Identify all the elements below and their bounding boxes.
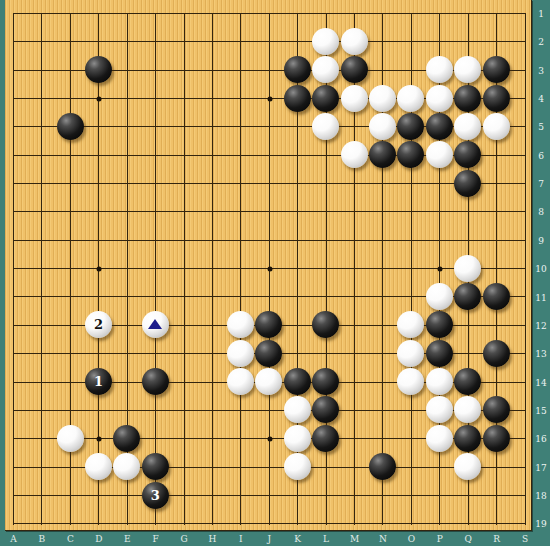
stone-black-R3[interactable] <box>483 56 510 83</box>
row-label-6: 6 <box>538 151 544 161</box>
row-label-16: 16 <box>535 434 546 444</box>
stone-black-Q6[interactable] <box>454 141 481 168</box>
stone-black-R16[interactable] <box>483 425 510 452</box>
stone-white-J14[interactable] <box>255 368 282 395</box>
col-label-A: A <box>10 533 17 545</box>
stone-black-L16[interactable] <box>312 425 339 452</box>
stone-white-I12[interactable] <box>227 311 254 338</box>
col-label-Q: Q <box>465 533 472 545</box>
row-label-18: 18 <box>535 491 546 501</box>
stone-white-I14[interactable] <box>227 368 254 395</box>
stone-white-E17[interactable] <box>113 453 140 480</box>
stone-white-D12[interactable]: 2 <box>85 311 112 338</box>
col-label-D: D <box>95 533 102 545</box>
col-label-B: B <box>39 533 46 545</box>
stone-black-L12[interactable] <box>312 311 339 338</box>
col-label-K: K <box>294 533 301 545</box>
row-label-14: 14 <box>535 378 546 388</box>
stone-black-F14[interactable] <box>142 368 169 395</box>
row-label-9: 9 <box>538 236 544 246</box>
stone-black-Q14[interactable] <box>454 368 481 395</box>
col-label-M: M <box>350 533 359 545</box>
stone-white-P4[interactable] <box>426 85 453 112</box>
stone-black-P12[interactable] <box>426 311 453 338</box>
stone-white-M6[interactable] <box>341 141 368 168</box>
stone-black-O5[interactable] <box>397 113 424 140</box>
row-label-4: 4 <box>538 94 544 104</box>
stone-white-C16[interactable] <box>57 425 84 452</box>
col-label-H: H <box>209 533 217 545</box>
row-label-15: 15 <box>535 406 546 416</box>
stone-white-N4[interactable] <box>369 85 396 112</box>
col-label-P: P <box>437 533 443 545</box>
row-label-12: 12 <box>535 321 546 331</box>
row-label-13: 13 <box>535 349 546 359</box>
stone-white-Q15[interactable] <box>454 396 481 423</box>
stone-white-L5[interactable] <box>312 113 339 140</box>
stone-black-J12[interactable] <box>255 311 282 338</box>
stone-black-R13[interactable] <box>483 340 510 367</box>
stone-white-Q5[interactable] <box>454 113 481 140</box>
stone-white-L2[interactable] <box>312 28 339 55</box>
stone-black-K14[interactable] <box>284 368 311 395</box>
stone-white-P15[interactable] <box>426 396 453 423</box>
col-label-S: S <box>522 533 528 545</box>
stone-white-L3[interactable] <box>312 56 339 83</box>
stone-black-M3[interactable] <box>341 56 368 83</box>
stone-white-P14[interactable] <box>426 368 453 395</box>
col-label-F: F <box>152 533 158 545</box>
goban[interactable]: 213 <box>5 0 532 531</box>
stone-black-N6[interactable] <box>369 141 396 168</box>
stone-black-Q4[interactable] <box>454 85 481 112</box>
stone-white-Q10[interactable] <box>454 255 481 282</box>
stone-black-E16[interactable] <box>113 425 140 452</box>
stone-white-P3[interactable] <box>426 56 453 83</box>
col-label-O: O <box>408 533 415 545</box>
stone-white-O14[interactable] <box>397 368 424 395</box>
stone-black-N17[interactable] <box>369 453 396 480</box>
stone-white-I13[interactable] <box>227 340 254 367</box>
stone-black-F18[interactable]: 3 <box>142 482 169 509</box>
stone-black-R15[interactable] <box>483 396 510 423</box>
move-number-label: 1 <box>94 375 103 388</box>
stone-white-P16[interactable] <box>426 425 453 452</box>
stone-black-K3[interactable] <box>284 56 311 83</box>
row-label-3: 3 <box>538 66 544 76</box>
row-label-19: 19 <box>535 519 546 529</box>
stone-white-R5[interactable] <box>483 113 510 140</box>
stone-white-O12[interactable] <box>397 311 424 338</box>
stone-black-J13[interactable] <box>255 340 282 367</box>
col-label-R: R <box>493 533 500 545</box>
row-label-1: 1 <box>538 9 544 19</box>
go-board-frame: 213 ABCDEFGHIJKLMNOPQRS 1234567891011121… <box>0 0 550 546</box>
stone-black-L4[interactable] <box>312 85 339 112</box>
stone-white-Q17[interactable] <box>454 453 481 480</box>
stone-white-Q3[interactable] <box>454 56 481 83</box>
col-label-C: C <box>67 533 74 545</box>
col-label-L: L <box>323 533 329 545</box>
stone-black-L15[interactable] <box>312 396 339 423</box>
stone-white-K16[interactable] <box>284 425 311 452</box>
stone-white-F12[interactable] <box>142 311 169 338</box>
row-label-5: 5 <box>538 122 544 132</box>
col-label-G: G <box>180 533 187 545</box>
stone-white-M4[interactable] <box>341 85 368 112</box>
col-label-E: E <box>124 533 131 545</box>
stone-black-C5[interactable] <box>57 113 84 140</box>
stone-white-K17[interactable] <box>284 453 311 480</box>
stone-white-K15[interactable] <box>284 396 311 423</box>
stone-black-P5[interactable] <box>426 113 453 140</box>
col-label-N: N <box>379 533 387 545</box>
stone-white-N5[interactable] <box>369 113 396 140</box>
row-label-7: 7 <box>538 179 544 189</box>
col-label-J: J <box>267 533 271 545</box>
stone-white-O4[interactable] <box>397 85 424 112</box>
col-label-I: I <box>239 533 243 545</box>
stone-black-Q7[interactable] <box>454 170 481 197</box>
stone-white-P6[interactable] <box>426 141 453 168</box>
row-label-2: 2 <box>538 37 544 47</box>
stone-black-R4[interactable] <box>483 85 510 112</box>
stone-black-F17[interactable] <box>142 453 169 480</box>
stone-black-O6[interactable] <box>397 141 424 168</box>
stone-white-M2[interactable] <box>341 28 368 55</box>
stone-black-D14[interactable]: 1 <box>85 368 112 395</box>
row-label-17: 17 <box>535 463 546 473</box>
stone-white-D17[interactable] <box>85 453 112 480</box>
stone-black-Q16[interactable] <box>454 425 481 452</box>
stone-black-D3[interactable] <box>85 56 112 83</box>
stone-black-Q11[interactable] <box>454 283 481 310</box>
stone-black-K4[interactable] <box>284 85 311 112</box>
row-label-8: 8 <box>538 207 544 217</box>
stone-black-R11[interactable] <box>483 283 510 310</box>
stone-white-P11[interactable] <box>426 283 453 310</box>
stones-grid[interactable]: 213 <box>0 0 539 538</box>
stone-white-O13[interactable] <box>397 340 424 367</box>
row-label-10: 10 <box>535 264 546 274</box>
move-number-label: 2 <box>94 318 103 331</box>
row-label-11: 11 <box>535 293 546 303</box>
stone-black-L14[interactable] <box>312 368 339 395</box>
stone-black-P13[interactable] <box>426 340 453 367</box>
triangle-mark <box>148 319 162 329</box>
move-number-label: 3 <box>151 489 160 502</box>
